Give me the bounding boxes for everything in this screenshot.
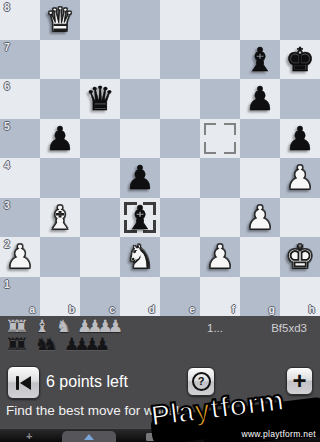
file-label-h: h [309, 303, 315, 315]
square-f6[interactable] [200, 79, 240, 119]
captured-white-rooks: ♜♜ [5, 318, 21, 335]
file-label-b: b [69, 303, 75, 315]
file-label-g: g [269, 303, 275, 315]
playtform-watermark: Playtform www.playtform.net [148, 388, 320, 442]
square-h7[interactable]: ♚ [280, 40, 320, 80]
watermark-url: www.playtform.net [241, 429, 316, 439]
square-e1[interactable]: e [160, 277, 200, 317]
square-h2[interactable]: ♚ [280, 237, 320, 277]
captured-white-knights: ♞ [56, 318, 64, 335]
square-d7[interactable] [120, 40, 160, 80]
square-a2[interactable]: 2♟ [0, 237, 40, 277]
rank-label-4: 4 [4, 159, 10, 171]
square-a4[interactable]: 4 [0, 158, 40, 198]
square-b7[interactable] [40, 40, 80, 80]
square-e2[interactable] [160, 237, 200, 277]
captured-white-bishops: ♝ [34, 318, 42, 335]
square-e3[interactable] [160, 198, 200, 238]
square-d8[interactable] [120, 0, 160, 40]
move-info: 1... Bf5xd3 [207, 322, 307, 334]
square-h5[interactable]: ♟ [280, 119, 320, 159]
square-f5[interactable] [200, 119, 240, 159]
square-a5[interactable]: 5 [0, 119, 40, 159]
captured-white-pieces: ♜♜♝♞♟♟♟♟ [5, 317, 129, 335]
file-label-a: a [29, 303, 35, 315]
white-pawn[interactable]: ♟ [200, 237, 240, 277]
white-bishop[interactable]: ♝ [40, 198, 80, 238]
square-a6[interactable]: 6 [0, 79, 40, 119]
square-c2[interactable] [80, 237, 120, 277]
tab-plus-icon[interactable]: + [26, 430, 32, 442]
square-c3[interactable] [80, 198, 120, 238]
last-move: Bf5xd3 [271, 322, 307, 334]
square-a3[interactable]: 3 [0, 198, 40, 238]
captured-black-knights: ♞♞ [34, 336, 50, 353]
black-pawn[interactable]: ♟ [40, 119, 80, 159]
square-f3[interactable] [200, 198, 240, 238]
square-c8[interactable] [80, 0, 120, 40]
square-h8[interactable] [280, 0, 320, 40]
rank-label-8: 8 [4, 1, 10, 13]
square-c5[interactable] [80, 119, 120, 159]
captured-white-pawns: ♟♟♟♟ [77, 318, 118, 335]
square-f1[interactable]: f [200, 277, 240, 317]
square-g8[interactable] [240, 0, 280, 40]
square-a7[interactable]: 7 [0, 40, 40, 80]
square-e5[interactable] [160, 119, 200, 159]
square-b6[interactable] [40, 79, 80, 119]
points-left-label: 6 points left [46, 373, 128, 391]
white-queen[interactable]: ♛ [40, 0, 80, 40]
captured-black-pawns: ♟♟♟♟ [64, 336, 105, 353]
captured-black-pieces: ♜♜♞♞♟♟♟♟ [5, 335, 116, 353]
square-b4[interactable] [40, 158, 80, 198]
black-pawn[interactable]: ♟ [120, 158, 160, 198]
square-h1[interactable]: h [280, 277, 320, 317]
square-g2[interactable] [240, 237, 280, 277]
square-f2[interactable]: ♟ [200, 237, 240, 277]
square-d2[interactable]: ♞ [120, 237, 160, 277]
square-e8[interactable] [160, 0, 200, 40]
black-bishop[interactable]: ♝ [120, 198, 160, 238]
square-g3[interactable]: ♟ [240, 198, 280, 238]
square-e7[interactable] [160, 40, 200, 80]
square-h4[interactable]: ♟ [280, 158, 320, 198]
square-d5[interactable] [120, 119, 160, 159]
rank-label-3: 3 [4, 199, 10, 211]
square-b5[interactable]: ♟ [40, 119, 80, 159]
black-pawn[interactable]: ♟ [240, 79, 280, 119]
chess-puzzle-app: 8♛7♝♚6♛♟5♟♟4♟♟3♝♝♟2♟♞♟♚1abcdefgh ♜♜♝♞♟♟♟… [0, 0, 320, 442]
square-b1[interactable]: b [40, 277, 80, 317]
file-label-f: f [232, 303, 236, 315]
chess-board: 8♛7♝♚6♛♟5♟♟4♟♟3♝♝♟2♟♞♟♚1abcdefgh [0, 0, 320, 316]
back-button[interactable] [7, 366, 40, 399]
rank-label-5: 5 [4, 120, 10, 132]
square-c6[interactable]: ♛ [80, 79, 120, 119]
square-g6[interactable]: ♟ [240, 79, 280, 119]
selected-tab[interactable] [62, 431, 116, 442]
file-label-d: d [149, 303, 155, 315]
square-d4[interactable]: ♟ [120, 158, 160, 198]
square-b2[interactable] [40, 237, 80, 277]
square-e4[interactable] [160, 158, 200, 198]
white-pawn[interactable]: ♟ [0, 237, 40, 277]
rank-label-1: 1 [4, 278, 10, 290]
square-h6[interactable] [280, 79, 320, 119]
white-knight[interactable]: ♞ [120, 237, 160, 277]
black-bishop[interactable]: ♝ [240, 40, 280, 80]
square-b3[interactable]: ♝ [40, 198, 80, 238]
square-c4[interactable] [80, 158, 120, 198]
square-f8[interactable] [200, 0, 240, 40]
black-king[interactable]: ♚ [280, 40, 320, 80]
black-queen[interactable]: ♛ [80, 79, 120, 119]
move-number: 1... [207, 322, 223, 334]
rank-label-7: 7 [4, 41, 10, 53]
square-h3[interactable] [280, 198, 320, 238]
black-pawn[interactable]: ♟ [280, 119, 320, 159]
white-pawn[interactable]: ♟ [280, 158, 320, 198]
arrow-up-icon [84, 434, 94, 440]
square-f7[interactable] [200, 40, 240, 80]
square-d1[interactable]: d [120, 277, 160, 317]
square-g4[interactable] [240, 158, 280, 198]
square-d3[interactable]: ♝ [120, 198, 160, 238]
square-c1[interactable]: c [80, 277, 120, 317]
square-e6[interactable] [160, 79, 200, 119]
file-label-e: e [189, 303, 195, 315]
captured-black-rooks: ♜♜ [5, 336, 21, 353]
square-f4[interactable] [200, 158, 240, 198]
square-g1[interactable]: g [240, 277, 280, 317]
move-from-marker [204, 123, 236, 155]
skip-to-start-icon [16, 376, 31, 390]
square-a1[interactable]: 1a [0, 277, 40, 317]
white-pawn[interactable]: ♟ [240, 198, 280, 238]
square-g7[interactable]: ♝ [240, 40, 280, 80]
square-b8[interactable]: ♛ [40, 0, 80, 40]
square-d6[interactable] [120, 79, 160, 119]
square-a8[interactable]: 8 [0, 0, 40, 40]
rank-label-6: 6 [4, 80, 10, 92]
file-label-c: c [109, 303, 115, 315]
white-king[interactable]: ♚ [280, 237, 320, 277]
square-g5[interactable] [240, 119, 280, 159]
square-c7[interactable] [80, 40, 120, 80]
